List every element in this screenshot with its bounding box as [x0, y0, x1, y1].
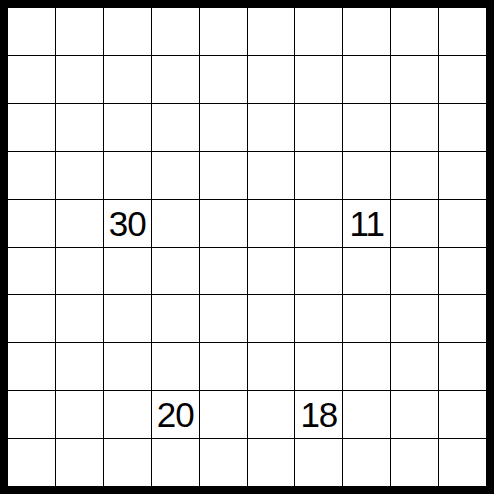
cell-r5c5[interactable]	[248, 248, 295, 295]
cell-r5c7[interactable]	[343, 248, 390, 295]
puzzle-grid: 30112018	[8, 8, 486, 486]
cell-r6c0[interactable]	[8, 295, 55, 342]
cell-r4c8[interactable]	[391, 200, 438, 247]
cell-r9c0[interactable]	[8, 439, 55, 486]
cell-r7c0[interactable]	[8, 343, 55, 390]
cell-r6c6[interactable]	[295, 295, 342, 342]
cell-r2c9[interactable]	[439, 104, 486, 151]
cell-r8c9[interactable]	[439, 391, 486, 438]
cell-r7c2[interactable]	[104, 343, 151, 390]
cell-r5c9[interactable]	[439, 248, 486, 295]
cell-r9c3[interactable]	[152, 439, 199, 486]
cell-r1c7[interactable]	[343, 56, 390, 103]
cell-r8c0[interactable]	[8, 391, 55, 438]
cell-r2c7[interactable]	[343, 104, 390, 151]
cell-r0c7[interactable]	[343, 8, 390, 55]
cell-r5c2[interactable]	[104, 248, 151, 295]
cell-r7c3[interactable]	[152, 343, 199, 390]
cell-r0c5[interactable]	[248, 8, 295, 55]
cell-r7c4[interactable]	[200, 343, 247, 390]
cell-r9c2[interactable]	[104, 439, 151, 486]
cell-r9c8[interactable]	[391, 439, 438, 486]
cell-r6c7[interactable]	[343, 295, 390, 342]
cell-r7c9[interactable]	[439, 343, 486, 390]
cell-r0c2[interactable]	[104, 8, 151, 55]
cell-r1c2[interactable]	[104, 56, 151, 103]
cell-r1c1[interactable]	[56, 56, 103, 103]
cell-r9c5[interactable]	[248, 439, 295, 486]
cell-r8c7[interactable]	[343, 391, 390, 438]
cell-r4c0[interactable]	[8, 200, 55, 247]
cell-r0c0[interactable]	[8, 8, 55, 55]
cell-r6c4[interactable]	[200, 295, 247, 342]
cell-r3c6[interactable]	[295, 152, 342, 199]
cell-r0c3[interactable]	[152, 8, 199, 55]
cell-r3c2[interactable]	[104, 152, 151, 199]
cell-r3c9[interactable]	[439, 152, 486, 199]
cell-r5c0[interactable]	[8, 248, 55, 295]
cell-r9c1[interactable]	[56, 439, 103, 486]
cell-r8c4[interactable]	[200, 391, 247, 438]
cell-r4c5[interactable]	[248, 200, 295, 247]
clue-cell-r4c7: 11	[343, 200, 390, 247]
cell-r0c4[interactable]	[200, 8, 247, 55]
cell-r1c5[interactable]	[248, 56, 295, 103]
cell-r2c0[interactable]	[8, 104, 55, 151]
cell-r2c8[interactable]	[391, 104, 438, 151]
clue-cell-r4c2: 30	[104, 200, 151, 247]
cell-r2c5[interactable]	[248, 104, 295, 151]
cell-r4c9[interactable]	[439, 200, 486, 247]
cell-r7c1[interactable]	[56, 343, 103, 390]
cell-r5c6[interactable]	[295, 248, 342, 295]
cell-r3c3[interactable]	[152, 152, 199, 199]
cell-r7c7[interactable]	[343, 343, 390, 390]
cell-r4c4[interactable]	[200, 200, 247, 247]
cell-r4c3[interactable]	[152, 200, 199, 247]
cell-r0c6[interactable]	[295, 8, 342, 55]
cell-r9c6[interactable]	[295, 439, 342, 486]
cell-r9c7[interactable]	[343, 439, 390, 486]
cell-r7c6[interactable]	[295, 343, 342, 390]
cell-r9c9[interactable]	[439, 439, 486, 486]
cell-r1c4[interactable]	[200, 56, 247, 103]
cell-r5c1[interactable]	[56, 248, 103, 295]
cell-r0c1[interactable]	[56, 8, 103, 55]
cell-r6c9[interactable]	[439, 295, 486, 342]
cell-r2c1[interactable]	[56, 104, 103, 151]
cell-r3c4[interactable]	[200, 152, 247, 199]
cell-r2c2[interactable]	[104, 104, 151, 151]
cell-r1c3[interactable]	[152, 56, 199, 103]
cell-r9c4[interactable]	[200, 439, 247, 486]
cell-r4c6[interactable]	[295, 200, 342, 247]
cell-r8c1[interactable]	[56, 391, 103, 438]
cell-r8c2[interactable]	[104, 391, 151, 438]
cell-r5c8[interactable]	[391, 248, 438, 295]
clue-cell-r8c6: 18	[295, 391, 342, 438]
cell-r0c9[interactable]	[439, 8, 486, 55]
cell-r0c8[interactable]	[391, 8, 438, 55]
cell-r4c1[interactable]	[56, 200, 103, 247]
cell-r1c9[interactable]	[439, 56, 486, 103]
cell-r6c3[interactable]	[152, 295, 199, 342]
cell-r3c1[interactable]	[56, 152, 103, 199]
cell-r6c2[interactable]	[104, 295, 151, 342]
cell-r3c7[interactable]	[343, 152, 390, 199]
cell-r7c5[interactable]	[248, 343, 295, 390]
cell-r1c6[interactable]	[295, 56, 342, 103]
puzzle-board: 30112018	[0, 0, 494, 494]
cell-r5c4[interactable]	[200, 248, 247, 295]
cell-r1c8[interactable]	[391, 56, 438, 103]
cell-r8c5[interactable]	[248, 391, 295, 438]
cell-r8c8[interactable]	[391, 391, 438, 438]
cell-r6c8[interactable]	[391, 295, 438, 342]
cell-r6c5[interactable]	[248, 295, 295, 342]
cell-r2c3[interactable]	[152, 104, 199, 151]
cell-r5c3[interactable]	[152, 248, 199, 295]
cell-r3c8[interactable]	[391, 152, 438, 199]
cell-r1c0[interactable]	[8, 56, 55, 103]
cell-r3c5[interactable]	[248, 152, 295, 199]
cell-r3c0[interactable]	[8, 152, 55, 199]
cell-r7c8[interactable]	[391, 343, 438, 390]
cell-r2c4[interactable]	[200, 104, 247, 151]
clue-cell-r8c3: 20	[152, 391, 199, 438]
cell-r2c6[interactable]	[295, 104, 342, 151]
cell-r6c1[interactable]	[56, 295, 103, 342]
